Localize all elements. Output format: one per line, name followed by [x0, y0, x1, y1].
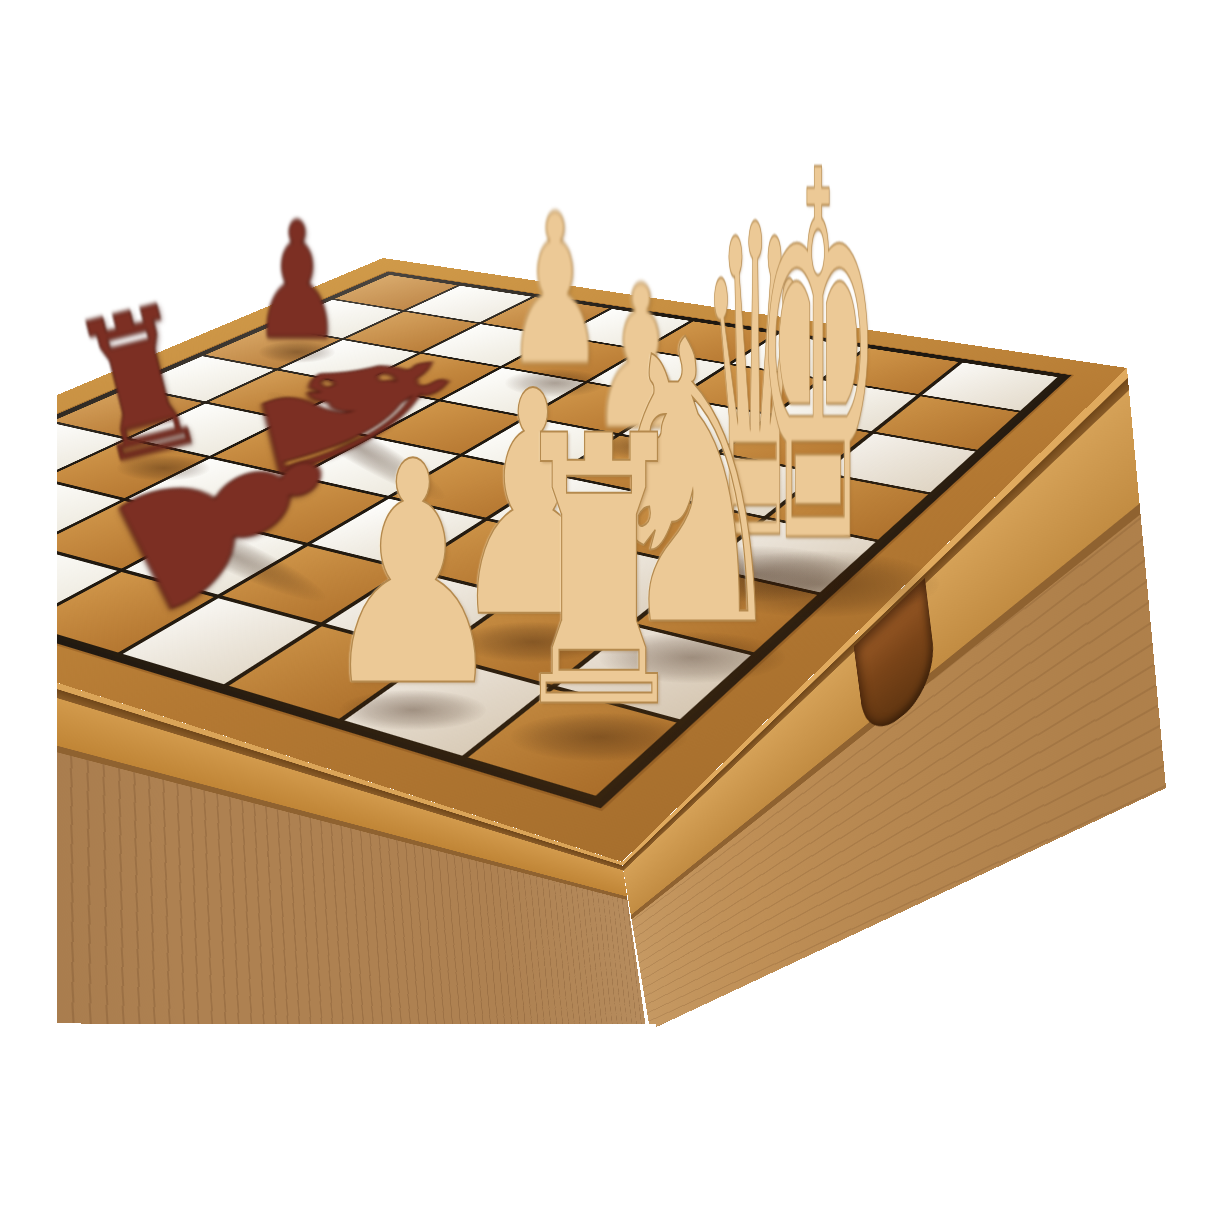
piece-white-rook[interactable]: ♜ [506, 388, 692, 759]
cream-pawn-glyph: ♟ [319, 421, 506, 728]
red-pawn-glyph: ♟ [252, 201, 341, 362]
piece-white-pawn-4[interactable]: ♟ [319, 421, 506, 728]
chess-box-scene: ♟♟♟♜♞♟♛♚♟♞♟♜ [0, 0, 1214, 1214]
cutout-bottom-edge [0, 1024, 656, 1214]
cream-rook-glyph: ♜ [506, 388, 692, 759]
piece-red-pawn-1[interactable]: ♟ [252, 201, 341, 362]
